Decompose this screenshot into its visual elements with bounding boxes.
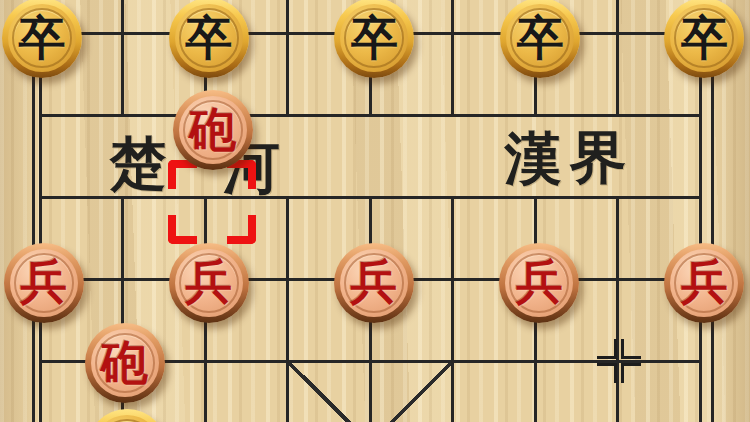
- board-cell-6-7[interactable]: [537, 363, 620, 422]
- river-char-1: 楚: [110, 135, 167, 192]
- piece-black-soldier[interactable]: 卒: [500, 0, 580, 78]
- piece-black-soldier[interactable]: 卒: [664, 0, 744, 78]
- piece-red-soldier[interactable]: 兵: [664, 243, 744, 323]
- piece-character: 兵: [350, 259, 397, 306]
- piece-character: 卒: [19, 15, 66, 62]
- piece-character: 兵: [516, 259, 563, 306]
- piece-red-soldier[interactable]: 兵: [4, 243, 84, 323]
- piece-character: 兵: [185, 259, 232, 306]
- board-cell-7-7[interactable]: [619, 363, 702, 422]
- piece-red-cannon[interactable]: 砲: [173, 90, 253, 170]
- board-cell-4-4[interactable]: [372, 117, 455, 199]
- piece-black-soldier[interactable]: 卒: [169, 0, 249, 78]
- river-char-3: 漢: [505, 130, 562, 187]
- piece-character: 卒: [681, 15, 728, 62]
- board-cell-3-7[interactable]: [289, 363, 372, 422]
- board-cell-7-4[interactable]: [619, 117, 702, 199]
- piece-character: 卒: [517, 15, 564, 62]
- piece-character: 砲: [189, 107, 236, 154]
- piece-red-soldier[interactable]: 兵: [499, 243, 579, 323]
- piece-character: 兵: [681, 259, 728, 306]
- board-cell-2-7[interactable]: [207, 363, 290, 422]
- board-cell-3-4[interactable]: [289, 117, 372, 199]
- piece-character: 卒: [351, 15, 398, 62]
- piece-character: 砲: [101, 340, 148, 387]
- piece-black-soldier[interactable]: 卒: [334, 0, 414, 78]
- piece-black-soldier[interactable]: 卒: [2, 0, 82, 78]
- board-cell-5-7[interactable]: [454, 363, 537, 422]
- piece-character: 兵: [20, 259, 67, 306]
- xiangqi-board-screen: 楚河漢界 卒卒卒卒卒砲兵兵兵兵兵砲: [0, 0, 750, 422]
- river-char-4: 界: [570, 129, 627, 186]
- piece-red-soldier[interactable]: 兵: [334, 243, 414, 323]
- piece-character: 卒: [185, 15, 232, 62]
- board-cell-4-7[interactable]: [372, 363, 455, 422]
- piece-red-cannon[interactable]: 砲: [85, 323, 165, 403]
- piece-red-soldier[interactable]: 兵: [169, 243, 249, 323]
